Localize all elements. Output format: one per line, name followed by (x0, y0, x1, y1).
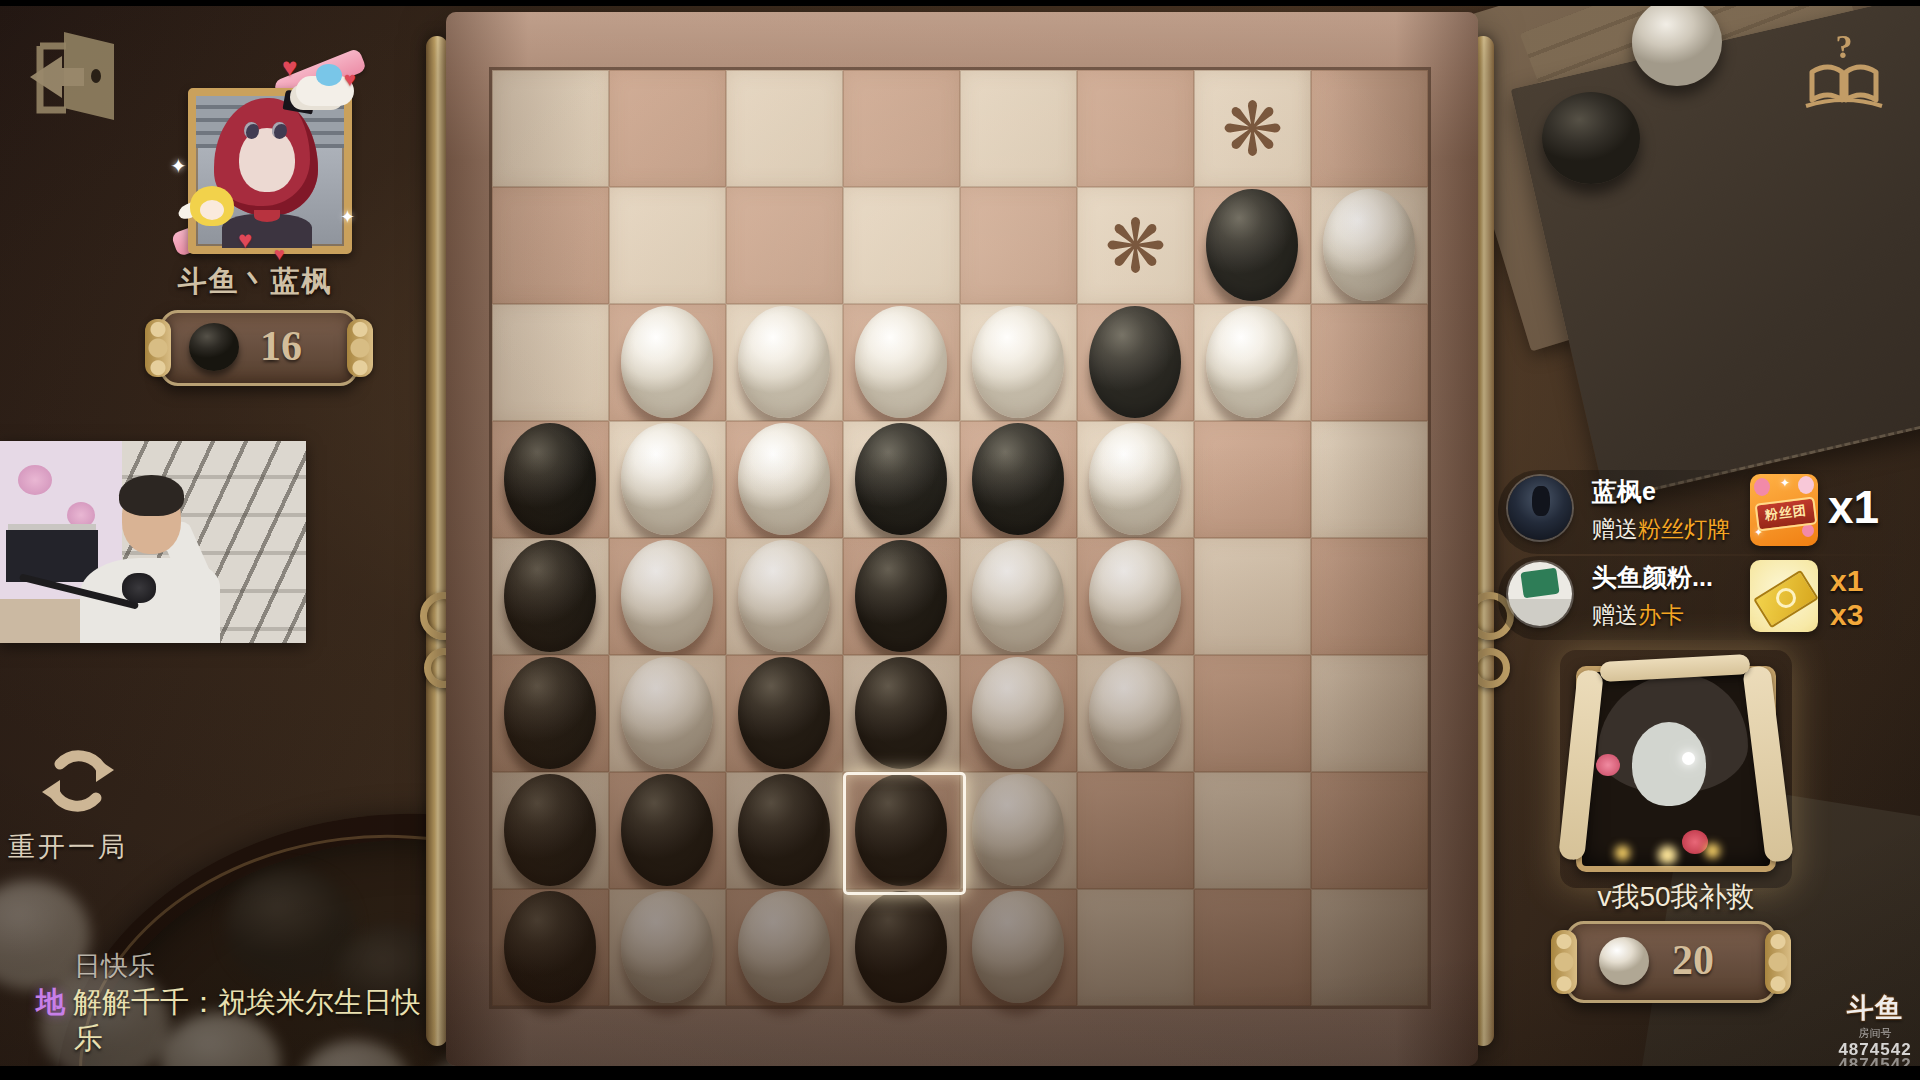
board-cell-r6c0[interactable] (492, 772, 609, 889)
board-cell-r4c2[interactable] (726, 538, 843, 655)
stone-white[interactable] (1206, 306, 1298, 418)
stone-white[interactable] (972, 774, 1064, 886)
board-cell-r0c0[interactable] (492, 70, 609, 187)
board-cell-r4c6[interactable] (1194, 538, 1311, 655)
board-cell-r1c4[interactable] (960, 187, 1077, 304)
board-cell-r6c3[interactable] (843, 772, 960, 889)
stone-black[interactable] (504, 774, 596, 886)
board-cell-r6c5[interactable] (1077, 772, 1194, 889)
fan-lamp-gift-icon: ✦ ✦ 粉丝团 (1750, 474, 1818, 546)
stone-white[interactable] (621, 306, 713, 418)
board-cell-r7c3[interactable] (843, 889, 960, 1006)
gift-notification-row: 头鱼颜粉... 赠送办卡 x1 x3 (1498, 560, 1920, 636)
character-portrait-card (1570, 660, 1782, 878)
stone-white[interactable] (972, 891, 1064, 1003)
board-cell-r7c7[interactable] (1311, 889, 1428, 1006)
board-cell-r2c5[interactable] (1077, 304, 1194, 421)
gift-count: x3 (1830, 598, 1863, 632)
chibi-face (200, 200, 224, 220)
board-cell-r1c3[interactable] (843, 187, 960, 304)
board-cell-r3c1[interactable] (609, 421, 726, 538)
stone-black[interactable] (738, 774, 830, 886)
board-cell-r5c3[interactable] (843, 655, 960, 772)
board-cell-r7c0[interactable] (492, 889, 609, 1006)
sparkle-icon: ✦ (170, 154, 187, 178)
black-score: 16 (163, 322, 355, 370)
help-book-icon: ? (1804, 28, 1884, 112)
heart-icon: ♥ (238, 226, 252, 254)
heart-icon: ♥ (344, 68, 356, 91)
board-cell-r5c2[interactable] (726, 655, 843, 772)
room-number-label: 房间号 (1832, 1026, 1918, 1041)
golden-sparkles (1600, 842, 1750, 864)
gift-count: x1 (1830, 564, 1863, 598)
board-cell-r4c3[interactable] (843, 538, 960, 655)
board-cell-r6c7[interactable] (1311, 772, 1428, 889)
stone-black[interactable] (855, 657, 947, 769)
douyu-watermark: 斗鱼 房间号 4874542 4874542 (1832, 990, 1918, 1073)
board-cell-r7c2[interactable] (726, 889, 843, 1006)
stone-white[interactable] (738, 423, 830, 535)
stone-black[interactable] (1206, 189, 1298, 301)
gift-sender-name: 头鱼颜粉... (1592, 561, 1713, 594)
stone-black[interactable] (504, 423, 596, 535)
stone-white[interactable] (972, 540, 1064, 652)
board-cell-r6c1[interactable] (609, 772, 726, 889)
board-cell-r0c4[interactable] (960, 70, 1077, 187)
board-cell-r2c2[interactable] (726, 304, 843, 421)
stone-black[interactable] (504, 657, 596, 769)
stone-black[interactable] (621, 774, 713, 886)
othello-board: ❋❋ (492, 70, 1428, 1006)
restart-button[interactable] (38, 740, 118, 822)
board-cell-r7c4[interactable] (960, 889, 1077, 1006)
restart-label: 重开一局 (8, 829, 178, 865)
chat-message: 地解解千千：祝埃米尔生日快 (0, 984, 470, 1020)
bottom-letterbox-bar (0, 1066, 1920, 1080)
stone-black[interactable] (738, 657, 830, 769)
stone-white[interactable] (738, 540, 830, 652)
board-cell-r2c7[interactable] (1311, 304, 1428, 421)
board-cell-r1c5[interactable] (1077, 187, 1194, 304)
gift-sender-name: 蓝枫e (1592, 475, 1730, 508)
board-cell-r0c6[interactable] (1194, 70, 1311, 187)
avatar-eye (244, 122, 259, 139)
microphone-icon (122, 573, 156, 603)
gift-count: x1 (1828, 480, 1879, 534)
card-gift-icon (1750, 560, 1818, 632)
restart-arrows-icon (38, 740, 118, 822)
board-cell-r0c7[interactable] (1311, 70, 1428, 187)
board-cell-r1c1[interactable] (609, 187, 726, 304)
chat-message-faded: 日快乐 (0, 948, 470, 984)
stone-black[interactable] (972, 423, 1064, 535)
board-cell-r2c4[interactable] (960, 304, 1077, 421)
board-cell-r6c2[interactable] (726, 772, 843, 889)
gift-action: 赠送办卡 (1592, 600, 1713, 631)
stone-black[interactable] (504, 891, 596, 1003)
player-avatar-card[interactable]: ♥ ♥ ♥ ♥ ✦ ✦ (178, 58, 362, 264)
board-cell-r2c1[interactable] (609, 304, 726, 421)
portrait-character-face (1632, 722, 1706, 806)
avatar-frame (188, 88, 352, 254)
board-cell-r2c0[interactable] (492, 304, 609, 421)
board-cell-r7c1[interactable] (609, 889, 726, 1006)
chat-overlay: 日快乐 地解解千千：祝埃米尔生日快 乐 (0, 948, 470, 1056)
white-score-pill: 20 (1566, 921, 1776, 1003)
board-cell-r7c6[interactable] (1194, 889, 1311, 1006)
back-button[interactable] (26, 24, 122, 124)
loose-white-stone (1632, 0, 1722, 86)
board-cell-r3c4[interactable] (960, 421, 1077, 538)
stone-black[interactable] (855, 774, 947, 886)
board-cell-r6c4[interactable] (960, 772, 1077, 889)
stone-white[interactable] (738, 891, 830, 1003)
webcam-feed (0, 441, 306, 643)
douyu-logo: 斗鱼 (1832, 990, 1918, 1026)
streamer-hair (119, 475, 183, 515)
board-cell-r4c1[interactable] (609, 538, 726, 655)
stone-white[interactable] (972, 657, 1064, 769)
heart-icon: ♥ (282, 52, 297, 83)
board-cell-r5c5[interactable] (1077, 655, 1194, 772)
board-cell-r7c5[interactable] (1077, 889, 1194, 1006)
board-cell-r2c3[interactable] (843, 304, 960, 421)
stone-black[interactable] (855, 540, 947, 652)
board-cell-r6c6[interactable] (1194, 772, 1311, 889)
board-cell-r5c7[interactable] (1311, 655, 1428, 772)
stone-white[interactable] (855, 306, 947, 418)
gift-sender-avatar (1508, 476, 1572, 540)
board-cell-r0c2[interactable] (726, 70, 843, 187)
board-cell-r2c6[interactable] (1194, 304, 1311, 421)
board-cell-r0c1[interactable] (609, 70, 726, 187)
board-cell-r3c7[interactable] (1311, 421, 1428, 538)
game-screen: ❋❋ ♥ ♥ ♥ ♥ (0, 0, 1920, 1080)
stone-white[interactable] (972, 306, 1064, 418)
stone-white[interactable] (1323, 189, 1415, 301)
board-cell-r0c5[interactable] (1077, 70, 1194, 187)
board-cell-r4c0[interactable] (492, 538, 609, 655)
board-cell-r1c6[interactable] (1194, 187, 1311, 304)
board-cell-r1c0[interactable] (492, 187, 609, 304)
gift-name: 粉丝灯牌 (1638, 516, 1730, 542)
board-cell-r1c7[interactable] (1311, 187, 1428, 304)
board-cell-r4c7[interactable] (1311, 538, 1428, 655)
gold-trim-left (426, 36, 448, 1046)
chat-message-wrap: 乐 (0, 1020, 470, 1056)
loose-black-stone (1542, 92, 1640, 184)
board-cell-r5c1[interactable] (609, 655, 726, 772)
board-cell-r5c0[interactable] (492, 655, 609, 772)
stone-black[interactable] (855, 891, 947, 1003)
stone-white[interactable] (621, 423, 713, 535)
board-cell-r5c6[interactable] (1194, 655, 1311, 772)
black-score-pill: 16 (160, 310, 358, 386)
fan-badge: 地 (36, 986, 65, 1018)
white-score: 20 (1569, 936, 1773, 984)
rules-help-button[interactable]: ? (1804, 28, 1884, 112)
stone-white[interactable] (621, 891, 713, 1003)
stone-white[interactable] (621, 540, 713, 652)
board-cell-r3c0[interactable] (492, 421, 609, 538)
gift-notification-row: 蓝枫e 赠送粉丝灯牌 ✦ ✦ 粉丝团 x1 (1498, 474, 1920, 550)
gift-action: 赠送粉丝灯牌 (1592, 514, 1730, 545)
support-caption: v我50我补救 (1556, 878, 1796, 916)
top-letterbox-bar (0, 0, 1920, 6)
board-cell-r3c3[interactable] (843, 421, 960, 538)
board-cell-r3c5[interactable] (1077, 421, 1194, 538)
board-cell-r1c2[interactable] (726, 187, 843, 304)
stone-white[interactable] (621, 657, 713, 769)
board-cell-r3c6[interactable] (1194, 421, 1311, 538)
stone-black[interactable] (1089, 306, 1181, 418)
blue-creature-decoration (316, 64, 342, 86)
board-grid (492, 70, 1428, 1006)
board-cell-r5c4[interactable] (960, 655, 1077, 772)
stone-white[interactable] (1089, 657, 1181, 769)
stone-white[interactable] (1089, 540, 1181, 652)
chat-message-text: 解解千千：祝埃米尔生日快 (73, 986, 421, 1018)
avatar-eye (272, 122, 287, 139)
board-cell-r3c2[interactable] (726, 421, 843, 538)
sparkle-icon: ✦ (340, 206, 355, 228)
gift-name: 办卡 (1638, 602, 1684, 628)
svg-text:?: ? (1836, 28, 1853, 65)
board-cell-r0c3[interactable] (843, 70, 960, 187)
stone-white[interactable] (1089, 423, 1181, 535)
portrait-character-eye (1682, 752, 1695, 765)
player-black-name: 斗鱼丶蓝枫 (140, 262, 370, 302)
rose-decoration (1596, 754, 1620, 776)
board-cell-r4c4[interactable] (960, 538, 1077, 655)
avatar-collar (254, 210, 280, 222)
stone-black[interactable] (855, 423, 947, 535)
gift-sender-avatar (1508, 562, 1572, 626)
board-cell-r4c5[interactable] (1077, 538, 1194, 655)
stone-white[interactable] (738, 306, 830, 418)
stone-black[interactable] (504, 540, 596, 652)
door-exit-icon (26, 24, 122, 124)
